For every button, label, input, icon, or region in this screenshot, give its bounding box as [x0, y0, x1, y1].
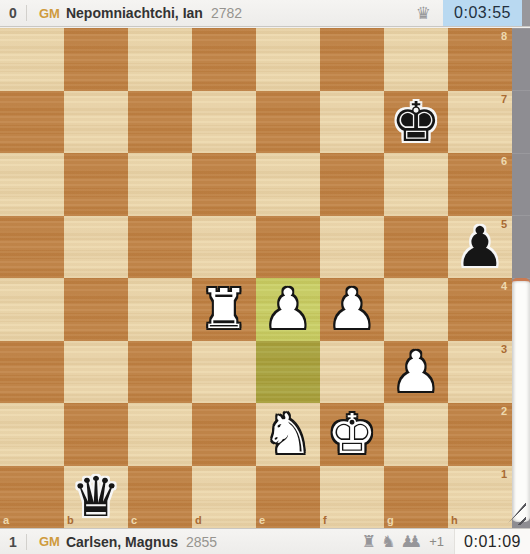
square-f3[interactable] — [320, 341, 384, 404]
square-b6[interactable] — [64, 153, 128, 216]
captured-knight-icon: ♞ — [381, 534, 395, 550]
captured-rook-icon: ♜ — [362, 534, 376, 550]
white-pawn[interactable]: ♟ — [327, 278, 376, 340]
white-pawn[interactable]: ♟ — [263, 278, 312, 340]
square-f1[interactable]: f — [320, 466, 384, 529]
captured-pawn-icon: ♟ — [408, 532, 422, 551]
square-a7[interactable] — [0, 91, 64, 154]
rank-label-8: 8 — [501, 31, 507, 42]
crown-icon: ♛ — [416, 5, 431, 22]
top-player-bar: 0 GM Nepomniachtchi, Ian 2782 ♛ 0:03:55 — [0, 0, 530, 27]
file-label-e: e — [259, 515, 265, 526]
file-label-f: f — [323, 515, 327, 526]
rank-label-4: 4 — [501, 281, 507, 292]
square-a2[interactable] — [0, 403, 64, 466]
square-h5[interactable]: 5♟ — [448, 216, 512, 279]
square-f8[interactable] — [320, 28, 384, 91]
square-g4[interactable] — [384, 278, 448, 341]
white-king[interactable]: ♚ — [327, 403, 376, 465]
scrollbar-top-corner — [522, 0, 530, 26]
rank-label-2: 2 — [501, 406, 507, 417]
bottom-player-name: Carlsen, Magnus — [66, 534, 178, 550]
top-player-rating: 2782 — [211, 5, 242, 21]
bottom-player-title: GM — [39, 534, 60, 549]
top-player-clock: 0:03:55 — [443, 0, 522, 26]
square-e3[interactable] — [256, 341, 320, 404]
square-g2[interactable] — [384, 403, 448, 466]
square-g1[interactable]: g — [384, 466, 448, 529]
white-knight[interactable]: ♞ — [263, 403, 312, 465]
square-d1[interactable]: d — [192, 466, 256, 529]
captured-pawns-icon: ♟♟ — [400, 534, 422, 550]
square-h2[interactable]: 2 — [448, 403, 512, 466]
square-d6[interactable] — [192, 153, 256, 216]
square-h6[interactable]: 6 — [448, 153, 512, 216]
top-player-score: 0 — [0, 5, 26, 21]
rank-label-7: 7 — [501, 94, 507, 105]
bottom-player-score: 1 — [0, 534, 26, 550]
bottom-player-rating: 2855 — [186, 534, 217, 550]
square-c6[interactable] — [128, 153, 192, 216]
square-a1[interactable]: a — [0, 466, 64, 529]
material-advantage: +1 — [429, 534, 444, 549]
square-e1[interactable]: e — [256, 466, 320, 529]
square-h1[interactable]: 1h — [448, 466, 512, 529]
divider — [26, 534, 27, 550]
square-b4[interactable] — [64, 278, 128, 341]
square-c1[interactable]: c — [128, 466, 192, 529]
square-a6[interactable] — [0, 153, 64, 216]
square-d3[interactable] — [192, 341, 256, 404]
square-h7[interactable]: 7 — [448, 91, 512, 154]
top-player-name: Nepomniachtchi, Ian — [66, 5, 203, 21]
square-c4[interactable] — [128, 278, 192, 341]
square-e2[interactable]: ♞ — [256, 403, 320, 466]
file-label-h: h — [451, 515, 458, 526]
square-e8[interactable] — [256, 28, 320, 91]
square-h3[interactable]: 3 — [448, 341, 512, 404]
rank-label-6: 6 — [501, 156, 507, 167]
square-c7[interactable] — [128, 91, 192, 154]
square-d4[interactable]: ♜ — [192, 278, 256, 341]
scrollbar-thumb[interactable] — [512, 278, 530, 522]
black-pawn[interactable]: ♟ — [455, 216, 504, 278]
square-b1[interactable]: b♛ — [64, 466, 128, 529]
file-label-c: c — [131, 515, 137, 526]
white-rook[interactable]: ♜ — [199, 278, 248, 340]
file-label-d: d — [195, 515, 202, 526]
square-h4[interactable]: 4 — [448, 278, 512, 341]
divider — [26, 5, 27, 21]
square-d7[interactable] — [192, 91, 256, 154]
square-f6[interactable] — [320, 153, 384, 216]
square-f5[interactable] — [320, 216, 384, 279]
square-d2[interactable] — [192, 403, 256, 466]
square-f4[interactable]: ♟ — [320, 278, 384, 341]
square-a4[interactable] — [0, 278, 64, 341]
square-g6[interactable] — [384, 153, 448, 216]
black-queen[interactable]: ♛ — [71, 466, 120, 528]
square-b7[interactable] — [64, 91, 128, 154]
square-c2[interactable] — [128, 403, 192, 466]
square-d5[interactable] — [192, 216, 256, 279]
square-c3[interactable] — [128, 341, 192, 404]
chess-broadcast-widget: 0 GM Nepomniachtchi, Ian 2782 ♛ 0:03:55 … — [0, 0, 530, 554]
bottom-player-clock: 0:01:09 — [454, 529, 530, 554]
rank-label-3: 3 — [501, 344, 507, 355]
square-b8[interactable] — [64, 28, 128, 91]
square-b2[interactable] — [64, 403, 128, 466]
square-h8[interactable]: 8 — [448, 28, 512, 91]
top-player-title: GM — [39, 6, 60, 21]
square-d8[interactable] — [192, 28, 256, 91]
captured-pieces: ♜ ♞ ♟♟ — [357, 534, 422, 550]
square-g8[interactable] — [384, 28, 448, 91]
square-f2[interactable]: ♚ — [320, 403, 384, 466]
file-label-a: a — [3, 515, 9, 526]
black-king[interactable]: ♚ — [391, 91, 440, 153]
file-label-g: g — [387, 515, 394, 526]
square-a3[interactable] — [0, 341, 64, 404]
square-a5[interactable] — [0, 216, 64, 279]
scrollbar-track[interactable] — [512, 28, 530, 528]
chess-board: 8♚765♟♜♟♟4♟3♞♚2ab♛cdefg1h — [0, 28, 512, 528]
square-e4[interactable]: ♟ — [256, 278, 320, 341]
square-g5[interactable] — [384, 216, 448, 279]
square-b3[interactable] — [64, 341, 128, 404]
square-e5[interactable] — [256, 216, 320, 279]
square-c5[interactable] — [128, 216, 192, 279]
square-g3[interactable]: ♟ — [384, 341, 448, 404]
bottom-player-bar: 1 GM Carlsen, Magnus 2855 ♜ ♞ ♟♟ +1 0:01… — [0, 528, 530, 554]
square-e6[interactable] — [256, 153, 320, 216]
square-e7[interactable] — [256, 91, 320, 154]
rank-label-1: 1 — [501, 469, 507, 480]
square-g7[interactable]: ♚ — [384, 91, 448, 154]
square-a8[interactable] — [0, 28, 64, 91]
square-f7[interactable] — [320, 91, 384, 154]
white-pawn[interactable]: ♟ — [391, 341, 440, 403]
square-c8[interactable] — [128, 28, 192, 91]
square-b5[interactable] — [64, 216, 128, 279]
